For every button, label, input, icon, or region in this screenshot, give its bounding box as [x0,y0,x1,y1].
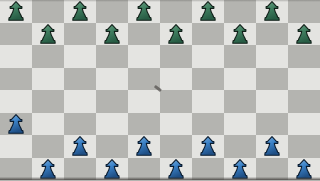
square-r2c7[interactable] [224,45,256,68]
square-r0c3[interactable] [96,0,128,23]
green-pawn[interactable] [293,24,315,44]
green-pawn[interactable] [197,1,219,21]
square-r2c5[interactable] [160,45,192,68]
square-r4c0[interactable] [0,90,32,113]
square-r6c7[interactable] [224,135,256,158]
square-r1c2[interactable] [64,23,96,46]
square-r6c9[interactable] [288,135,320,158]
green-pawn[interactable] [261,1,283,21]
square-r5c5[interactable] [160,113,192,136]
square-r0c2[interactable] [64,0,96,23]
square-r5c8[interactable] [256,113,288,136]
square-r3c9[interactable] [288,68,320,91]
square-r3c1[interactable] [32,68,64,91]
square-r6c4[interactable] [128,135,160,158]
square-r4c4[interactable] [128,90,160,113]
blue-pawn[interactable] [101,159,123,179]
square-r6c5[interactable] [160,135,192,158]
square-r1c0[interactable] [0,23,32,46]
square-r7c7[interactable] [224,158,256,181]
blue-pawn[interactable] [229,159,251,179]
square-r5c6[interactable] [192,113,224,136]
square-r7c8[interactable] [256,158,288,181]
square-r5c7[interactable] [224,113,256,136]
green-pawn[interactable] [165,24,187,44]
square-r5c9[interactable] [288,113,320,136]
square-r5c1[interactable] [32,113,64,136]
green-pawn[interactable] [37,24,59,44]
square-r1c3[interactable] [96,23,128,46]
square-r0c4[interactable] [128,0,160,23]
square-r7c0[interactable] [0,158,32,181]
square-r2c4[interactable] [128,45,160,68]
square-r6c6[interactable] [192,135,224,158]
square-r5c4[interactable] [128,113,160,136]
square-r3c2[interactable] [64,68,96,91]
square-r2c3[interactable] [96,45,128,68]
square-r7c2[interactable] [64,158,96,181]
blue-pawn[interactable] [37,159,59,179]
green-pawn[interactable] [133,1,155,21]
square-r7c6[interactable] [192,158,224,181]
square-r0c5[interactable] [160,0,192,23]
square-r0c0[interactable] [0,0,32,23]
square-r3c6[interactable] [192,68,224,91]
square-r4c9[interactable] [288,90,320,113]
game-screen [0,0,320,180]
blue-pawn[interactable] [197,136,219,156]
green-pawn[interactable] [69,1,91,21]
square-r1c4[interactable] [128,23,160,46]
square-r5c0[interactable] [0,113,32,136]
square-r4c5[interactable] [160,90,192,113]
square-r7c1[interactable] [32,158,64,181]
blue-pawn[interactable] [69,136,91,156]
green-pawn[interactable] [5,1,27,21]
square-r1c6[interactable] [192,23,224,46]
square-r2c8[interactable] [256,45,288,68]
square-r3c7[interactable] [224,68,256,91]
square-r1c1[interactable] [32,23,64,46]
square-r7c4[interactable] [128,158,160,181]
square-r4c2[interactable] [64,90,96,113]
square-r2c2[interactable] [64,45,96,68]
square-r2c6[interactable] [192,45,224,68]
square-r3c0[interactable] [0,68,32,91]
square-r7c3[interactable] [96,158,128,181]
square-r3c5[interactable] [160,68,192,91]
square-r7c9[interactable] [288,158,320,181]
square-r1c8[interactable] [256,23,288,46]
blue-pawn[interactable] [261,136,283,156]
square-r5c2[interactable] [64,113,96,136]
square-r2c9[interactable] [288,45,320,68]
square-r7c5[interactable] [160,158,192,181]
blue-pawn[interactable] [5,114,27,134]
square-r3c3[interactable] [96,68,128,91]
square-r0c8[interactable] [256,0,288,23]
square-r0c1[interactable] [32,0,64,23]
square-r4c8[interactable] [256,90,288,113]
square-r3c8[interactable] [256,68,288,91]
square-r6c1[interactable] [32,135,64,158]
square-r6c2[interactable] [64,135,96,158]
square-r6c0[interactable] [0,135,32,158]
square-r1c7[interactable] [224,23,256,46]
square-r0c9[interactable] [288,0,320,23]
square-r2c1[interactable] [32,45,64,68]
green-pawn[interactable] [229,24,251,44]
square-r1c9[interactable] [288,23,320,46]
square-r6c3[interactable] [96,135,128,158]
square-r2c0[interactable] [0,45,32,68]
square-r4c6[interactable] [192,90,224,113]
green-pawn[interactable] [101,24,123,44]
blue-pawn[interactable] [165,159,187,179]
square-r5c3[interactable] [96,113,128,136]
square-r4c1[interactable] [32,90,64,113]
square-r1c5[interactable] [160,23,192,46]
square-r0c7[interactable] [224,0,256,23]
blue-pawn[interactable] [293,159,315,179]
square-r4c7[interactable] [224,90,256,113]
square-r6c8[interactable] [256,135,288,158]
square-r0c6[interactable] [192,0,224,23]
square-r4c3[interactable] [96,90,128,113]
blue-pawn[interactable] [133,136,155,156]
